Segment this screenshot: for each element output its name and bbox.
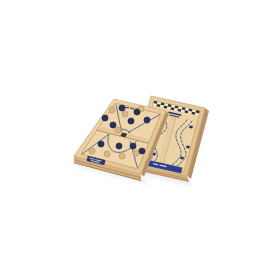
natural-puck — [133, 150, 139, 156]
navy-puck — [139, 148, 145, 154]
wooden-games-scene — [0, 0, 280, 280]
navy-puck — [119, 105, 125, 111]
natural-puck — [104, 151, 110, 157]
navy-puck — [98, 141, 104, 147]
navy-puck — [134, 109, 140, 115]
natural-puck — [122, 111, 128, 117]
product-photo-canvas — [0, 0, 280, 280]
natural-puck — [119, 153, 125, 159]
navy-puck — [144, 117, 150, 123]
navy-puck — [110, 122, 116, 128]
navy-puck — [116, 143, 122, 149]
navy-puck — [102, 115, 108, 121]
navy-puck — [128, 118, 134, 124]
natural-puck — [109, 107, 115, 113]
navy-puck — [130, 143, 136, 149]
natural-puck — [89, 148, 95, 154]
natural-puck — [115, 127, 121, 133]
